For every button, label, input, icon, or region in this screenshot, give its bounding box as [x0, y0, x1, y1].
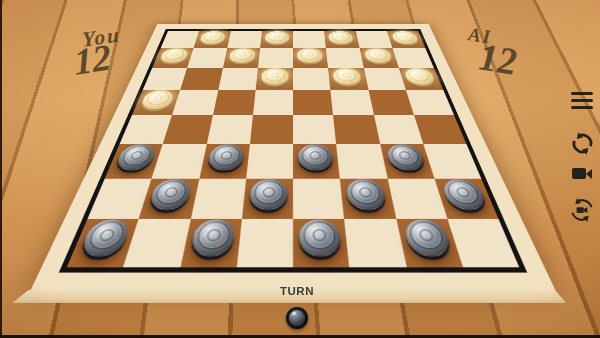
checker-piece-dark[interactable]: [402, 219, 453, 256]
board-square[interactable]: [223, 48, 260, 67]
board-square[interactable]: [293, 178, 344, 218]
checker-piece-white[interactable]: [199, 31, 227, 44]
checker-piece-dark[interactable]: [189, 219, 236, 256]
board-square[interactable]: [406, 90, 454, 115]
restart-icon: [570, 131, 595, 156]
left-edge-border: [0, 0, 2, 338]
checker-piece-white[interactable]: [390, 31, 420, 44]
board-square[interactable]: [258, 48, 293, 67]
board-square[interactable]: [293, 219, 350, 268]
turn-indicator-piece: [286, 307, 308, 329]
checker-piece-dark[interactable]: [78, 219, 133, 256]
board-square[interactable]: [218, 68, 258, 90]
board-square[interactable]: [340, 178, 396, 218]
checker-piece-dark[interactable]: [148, 179, 194, 210]
rotate-camera-button[interactable]: [569, 197, 595, 223]
turn-label: TURN: [0, 285, 594, 297]
checker-piece-white[interactable]: [264, 31, 289, 44]
board-square[interactable]: [293, 68, 331, 90]
board-square[interactable]: [399, 68, 444, 90]
board-square[interactable]: [260, 31, 293, 48]
board-square[interactable]: [336, 144, 387, 178]
board-square[interactable]: [199, 144, 250, 178]
menu-icon: [571, 92, 593, 95]
board-square[interactable]: [324, 31, 359, 48]
board-square[interactable]: [392, 48, 433, 67]
board-square[interactable]: [387, 31, 426, 48]
checker-piece-dark[interactable]: [385, 145, 426, 171]
checker-piece-white[interactable]: [139, 90, 176, 109]
checker-piece-white[interactable]: [332, 68, 363, 85]
restart-button[interactable]: [570, 131, 595, 156]
board-square[interactable]: [187, 48, 226, 67]
board-square[interactable]: [172, 90, 218, 115]
rotate-camera-icon: [569, 197, 595, 223]
game-screen: You 12 AI 12 TURN: [0, 0, 600, 338]
board-square[interactable]: [227, 31, 262, 48]
board-square[interactable]: [414, 115, 467, 144]
checker-piece-dark[interactable]: [114, 145, 158, 171]
board-square[interactable]: [194, 31, 231, 48]
board-square[interactable]: [250, 115, 293, 144]
board-square[interactable]: [293, 144, 340, 178]
camera-button[interactable]: [572, 167, 592, 181]
checker-piece-white[interactable]: [297, 48, 324, 63]
checker-piece-dark[interactable]: [206, 145, 245, 171]
checker-piece-dark[interactable]: [299, 219, 342, 256]
board-square[interactable]: [293, 48, 328, 67]
checker-piece-white[interactable]: [403, 68, 437, 85]
board-square[interactable]: [293, 115, 336, 144]
checker-piece-white[interactable]: [328, 31, 355, 44]
board-square[interactable]: [253, 90, 293, 115]
checker-piece-dark[interactable]: [298, 145, 334, 171]
checker-piece-dark[interactable]: [346, 179, 388, 210]
checker-piece-dark[interactable]: [440, 179, 489, 210]
menu-button[interactable]: [571, 92, 593, 109]
board-square[interactable]: [163, 115, 213, 144]
checker-piece-white[interactable]: [260, 68, 289, 85]
board-square[interactable]: [328, 68, 368, 90]
board-square[interactable]: [242, 178, 293, 218]
board-square[interactable]: [206, 115, 253, 144]
board-square[interactable]: [246, 144, 293, 178]
board-square[interactable]: [326, 48, 363, 67]
checker-piece-white[interactable]: [228, 48, 257, 63]
board-square[interactable]: [293, 90, 333, 115]
checker-piece-white[interactable]: [363, 48, 393, 63]
checker-piece-white[interactable]: [158, 48, 190, 63]
ai-score-value: 12: [478, 37, 519, 81]
board-square[interactable]: [180, 68, 222, 90]
board-square[interactable]: [255, 68, 293, 90]
board-square[interactable]: [423, 144, 481, 178]
board-square[interactable]: [236, 219, 293, 268]
board-square[interactable]: [190, 178, 246, 218]
player-score-value: 12: [73, 38, 113, 81]
camera-icon: [572, 168, 586, 179]
checker-piece-dark[interactable]: [248, 179, 287, 210]
board-square[interactable]: [331, 90, 374, 115]
board-square[interactable]: [180, 219, 242, 268]
board-square[interactable]: [333, 115, 380, 144]
board-square[interactable]: [152, 144, 206, 178]
board-square[interactable]: [293, 31, 326, 48]
board-square[interactable]: [213, 90, 256, 115]
